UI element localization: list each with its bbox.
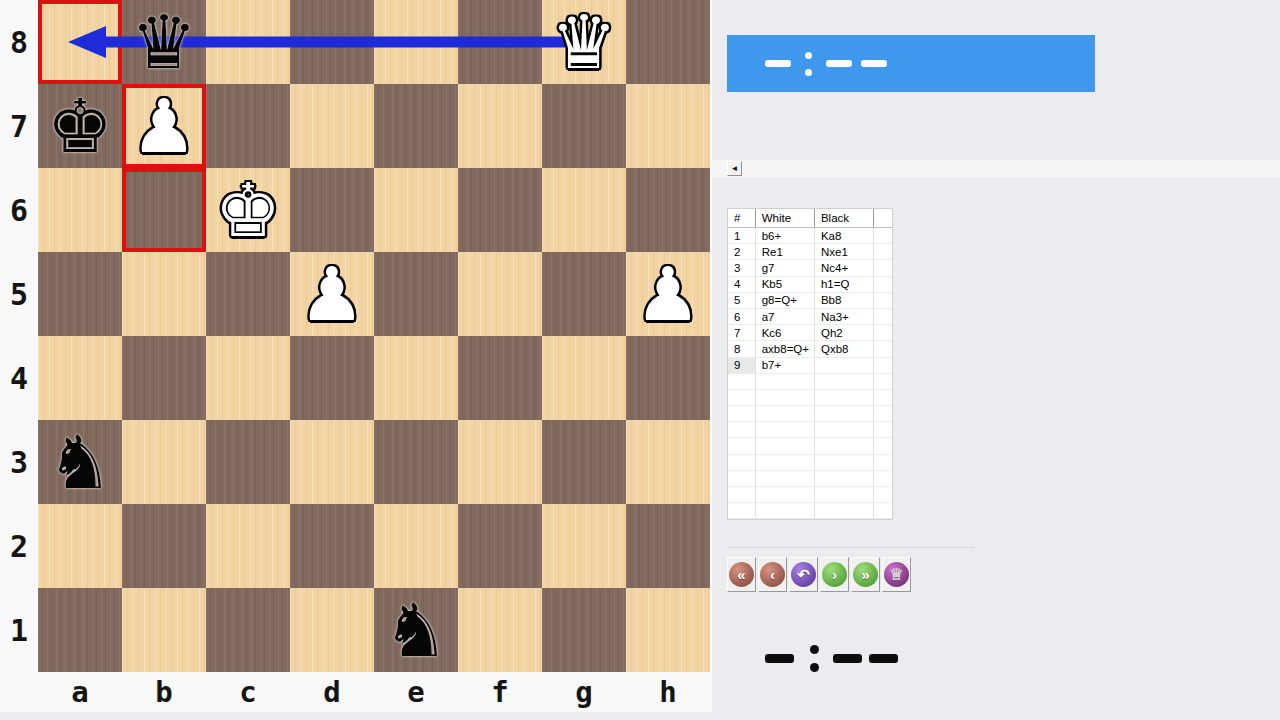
cell-white-empty-4[interactable] — [756, 438, 815, 454]
cell-white-header: White — [756, 209, 815, 227]
square-g2[interactable] — [542, 504, 626, 588]
move-row-header: #WhiteBlack — [728, 209, 892, 228]
cell-num-6[interactable]: 6 — [728, 309, 756, 325]
square-e2[interactable] — [374, 504, 458, 588]
square-e4[interactable] — [374, 336, 458, 420]
move-row-empty-6[interactable] — [728, 471, 892, 487]
square-d2[interactable] — [290, 504, 374, 588]
square-a6[interactable] — [38, 168, 122, 252]
square-b7[interactable]: ♟ — [122, 84, 206, 168]
cell-extra-2[interactable] — [874, 244, 892, 260]
cell-white-empty-7[interactable] — [756, 487, 815, 503]
square-c5[interactable] — [206, 252, 290, 336]
square-e7[interactable] — [374, 84, 458, 168]
square-b6[interactable] — [122, 168, 206, 252]
go-to-start-icon: « — [729, 562, 754, 587]
cell-black-empty-8[interactable] — [815, 503, 874, 519]
cell-black-empty-4[interactable] — [815, 438, 874, 454]
cell-num-4[interactable]: 4 — [728, 277, 756, 293]
square-f5[interactable] — [458, 252, 542, 336]
square-f6[interactable] — [458, 168, 542, 252]
file-label-f: f — [458, 672, 542, 712]
cell-extra-3[interactable] — [874, 260, 892, 276]
square-a1[interactable] — [38, 588, 122, 672]
cell-extra-6[interactable] — [874, 309, 892, 325]
square-g7[interactable] — [542, 84, 626, 168]
move-row-empty-1[interactable] — [728, 390, 892, 406]
square-d5[interactable]: ♟ — [290, 252, 374, 336]
rank-label-1: 1 — [0, 588, 38, 672]
file-label-h: h — [626, 672, 710, 712]
cell-black-empty-6[interactable] — [815, 471, 874, 487]
square-f7[interactable] — [458, 84, 542, 168]
cell-extra-empty-6[interactable] — [874, 471, 892, 487]
black-queen-b8[interactable]: ♛ — [122, 0, 206, 84]
board-area: 87654321 ♛♛♚♟♚♟♟♞♞ abcdefgh — [0, 0, 712, 712]
cell-white-empty-2[interactable] — [756, 406, 815, 422]
black-king-a7[interactable]: ♚ — [38, 84, 122, 168]
square-b8[interactable]: ♛ — [122, 0, 206, 84]
cell-num-empty-7[interactable] — [728, 487, 756, 503]
square-g1[interactable] — [542, 588, 626, 672]
move-row-6[interactable]: 6a7Na3+ — [728, 309, 892, 325]
file-label-d: d — [290, 672, 374, 712]
rank-label-6: 6 — [0, 168, 38, 252]
scroll-left-arrow-icon[interactable]: ◄ — [727, 161, 742, 176]
cell-black-9[interactable] — [815, 358, 874, 374]
square-d3[interactable] — [290, 420, 374, 504]
step-forward-button[interactable]: › — [820, 557, 849, 592]
square-e1[interactable]: ♞ — [374, 588, 458, 672]
go-to-end-icon: » — [853, 562, 878, 587]
cell-black-empty-1[interactable] — [815, 390, 874, 406]
square-c1[interactable] — [206, 588, 290, 672]
square-b2[interactable] — [122, 504, 206, 588]
clock-dash — [765, 654, 794, 663]
takeback-button[interactable]: ↶ — [789, 557, 818, 592]
clock-colon — [810, 645, 819, 672]
cell-white-6[interactable]: a7 — [756, 309, 815, 325]
square-d4[interactable] — [290, 336, 374, 420]
chess-board[interactable]: ♛♛♚♟♚♟♟♞♞ — [38, 0, 710, 672]
square-e8[interactable] — [374, 0, 458, 84]
cell-extra-empty-8[interactable] — [874, 503, 892, 519]
cell-num-header: # — [728, 209, 756, 227]
square-h3[interactable] — [626, 420, 710, 504]
file-label-b: b — [122, 672, 206, 712]
square-c2[interactable] — [206, 504, 290, 588]
square-d8[interactable] — [290, 0, 374, 84]
white-pawn-d5[interactable]: ♟ — [290, 252, 374, 336]
move-row-empty-2[interactable] — [728, 406, 892, 422]
move-row-3[interactable]: 3g7Nc4+ — [728, 260, 892, 276]
cell-extra-empty-4[interactable] — [874, 438, 892, 454]
clock-dash — [833, 654, 862, 663]
cell-num-2[interactable]: 2 — [728, 244, 756, 260]
cell-white-empty-3[interactable] — [756, 422, 815, 438]
takeback-icon: ↶ — [791, 562, 816, 587]
step-forward-icon: › — [822, 562, 847, 587]
cell-extra-empty-0[interactable] — [874, 374, 892, 390]
move-row-empty-8[interactable] — [728, 503, 892, 519]
square-a7[interactable]: ♚ — [38, 84, 122, 168]
cell-white-3[interactable]: g7 — [756, 260, 815, 276]
cell-white-1[interactable]: b6+ — [756, 228, 815, 244]
black-knight-a3[interactable]: ♞ — [38, 420, 122, 504]
cell-black-6[interactable]: Na3+ — [815, 309, 874, 325]
cell-num-9[interactable]: 9 — [728, 358, 756, 374]
cell-num-empty-4[interactable] — [728, 438, 756, 454]
cell-num-5[interactable]: 5 — [728, 293, 756, 309]
square-e5[interactable] — [374, 252, 458, 336]
clock-dash — [826, 60, 852, 67]
move-row-empty-5[interactable] — [728, 455, 892, 471]
square-h4[interactable] — [626, 336, 710, 420]
cell-black-empty-2[interactable] — [815, 406, 874, 422]
file-label-e: e — [374, 672, 458, 712]
square-d7[interactable] — [290, 84, 374, 168]
cell-white-7[interactable]: Kc6 — [756, 325, 815, 341]
cell-black-1[interactable]: Ka8 — [815, 228, 874, 244]
move-row-5[interactable]: 5g8=Q+Bb8 — [728, 293, 892, 309]
cell-num-empty-0[interactable] — [728, 374, 756, 390]
rank-labels: 87654321 — [0, 0, 38, 672]
engine-toggle-button[interactable]: ♕ — [882, 557, 911, 592]
cell-black-8[interactable]: Qxb8 — [815, 341, 874, 357]
square-c3[interactable] — [206, 420, 290, 504]
cell-extra-empty-3[interactable] — [874, 422, 892, 438]
move-row-1[interactable]: 1b6+Ka8 — [728, 228, 892, 244]
square-g4[interactable] — [542, 336, 626, 420]
move-row-empty-7[interactable] — [728, 487, 892, 503]
cell-extra-1[interactable] — [874, 228, 892, 244]
cell-num-empty-1[interactable] — [728, 390, 756, 406]
cell-num-empty-6[interactable] — [728, 471, 756, 487]
file-label-c: c — [206, 672, 290, 712]
cell-extra-5[interactable] — [874, 293, 892, 309]
cell-white-9[interactable]: b7+ — [756, 358, 815, 374]
cell-black-empty-5[interactable] — [815, 455, 874, 471]
cell-white-8[interactable]: axb8=Q+ — [756, 341, 815, 357]
square-b4[interactable] — [122, 336, 206, 420]
square-d1[interactable] — [290, 588, 374, 672]
cell-black-4[interactable]: h1=Q — [815, 277, 874, 293]
cell-white-empty-0[interactable] — [756, 374, 815, 390]
cell-extra-9[interactable] — [874, 358, 892, 374]
cell-extra-7[interactable] — [874, 325, 892, 341]
cell-num-empty-3[interactable] — [728, 422, 756, 438]
rank-label-8: 8 — [0, 0, 38, 84]
move-row-8[interactable]: 8axb8=Q+Qxb8 — [728, 341, 892, 357]
square-a5[interactable] — [38, 252, 122, 336]
square-f1[interactable] — [458, 588, 542, 672]
rank-label-3: 3 — [0, 420, 38, 504]
clock-dash — [869, 654, 898, 663]
square-h6[interactable] — [626, 168, 710, 252]
cell-white-5[interactable]: g8=Q+ — [756, 293, 815, 309]
go-to-end-button[interactable]: » — [851, 557, 880, 592]
square-f3[interactable] — [458, 420, 542, 504]
rank-label-2: 2 — [0, 504, 38, 588]
black-knight-e1[interactable]: ♞ — [374, 588, 458, 672]
file-labels: abcdefgh — [38, 672, 710, 712]
engine-toggle-icon: ♕ — [884, 562, 909, 587]
square-e3[interactable] — [374, 420, 458, 504]
cell-extra-empty-1[interactable] — [874, 390, 892, 406]
cell-num-8[interactable]: 8 — [728, 341, 756, 357]
cell-black-2[interactable]: Nxe1 — [815, 244, 874, 260]
cell-num-empty-2[interactable] — [728, 406, 756, 422]
square-b5[interactable] — [122, 252, 206, 336]
square-h8[interactable] — [626, 0, 710, 84]
square-c4[interactable] — [206, 336, 290, 420]
cell-num-empty-8[interactable] — [728, 503, 756, 519]
square-f2[interactable] — [458, 504, 542, 588]
square-g3[interactable] — [542, 420, 626, 504]
cell-extra-empty-7[interactable] — [874, 487, 892, 503]
player-clock — [765, 640, 898, 676]
rank-label-7: 7 — [0, 84, 38, 168]
file-label-a: a — [38, 672, 122, 712]
square-c8[interactable] — [206, 0, 290, 84]
square-a4[interactable] — [38, 336, 122, 420]
white-pawn-b7[interactable]: ♟ — [122, 84, 206, 168]
square-b3[interactable] — [122, 420, 206, 504]
move-row-7[interactable]: 7Kc6Qh2 — [728, 325, 892, 341]
cell-white-empty-5[interactable] — [756, 455, 815, 471]
file-label-g: g — [542, 672, 626, 712]
nav-separator — [727, 547, 975, 548]
move-row-empty-4[interactable] — [728, 438, 892, 454]
move-row-empty-0[interactable] — [728, 374, 892, 390]
rank-label-4: 4 — [0, 336, 38, 420]
move-row-4[interactable]: 4Kb5h1=Q — [728, 277, 892, 293]
cell-num-3[interactable]: 3 — [728, 260, 756, 276]
white-pawn-h5[interactable]: ♟ — [626, 252, 710, 336]
cell-white-empty-1[interactable] — [756, 390, 815, 406]
square-h5[interactable]: ♟ — [626, 252, 710, 336]
cell-white-empty-6[interactable] — [756, 471, 815, 487]
clock-colon — [805, 52, 812, 76]
cell-num-1[interactable]: 1 — [728, 228, 756, 244]
cell-black-5[interactable]: Bb8 — [815, 293, 874, 309]
square-g5[interactable] — [542, 252, 626, 336]
square-a8[interactable] — [38, 0, 122, 84]
square-a3[interactable]: ♞ — [38, 420, 122, 504]
square-h2[interactable] — [626, 504, 710, 588]
go-to-start-button[interactable]: « — [727, 557, 756, 592]
square-a2[interactable] — [38, 504, 122, 588]
cell-black-empty-7[interactable] — [815, 487, 874, 503]
opponent-clock — [765, 35, 887, 92]
white-queen-g8[interactable]: ♛ — [542, 0, 626, 84]
square-g6[interactable] — [542, 168, 626, 252]
move-list-table[interactable]: #WhiteBlack1b6+Ka82Re1Nxe13g7Nc4+4Kb5h1=… — [727, 208, 893, 520]
square-h1[interactable] — [626, 588, 710, 672]
opponent-clock-bar — [727, 35, 1095, 92]
square-h7[interactable] — [626, 84, 710, 168]
cell-black-3[interactable]: Nc4+ — [815, 260, 874, 276]
square-c7[interactable] — [206, 84, 290, 168]
cell-extra-4[interactable] — [874, 277, 892, 293]
horizontal-scrollbar[interactable]: ◄ — [712, 160, 1280, 178]
cell-extra-header — [874, 209, 892, 227]
rank-label-5: 5 — [0, 252, 38, 336]
cell-num-empty-5[interactable] — [728, 455, 756, 471]
cell-extra-8[interactable] — [874, 341, 892, 357]
white-king-c6[interactable]: ♚ — [206, 168, 290, 252]
clock-dash — [765, 60, 791, 67]
square-c6[interactable]: ♚ — [206, 168, 290, 252]
step-back-button[interactable]: ‹ — [758, 557, 787, 592]
move-row-2[interactable]: 2Re1Nxe1 — [728, 244, 892, 260]
cell-black-header: Black — [815, 209, 874, 227]
square-g8[interactable]: ♛ — [542, 0, 626, 84]
nav-buttons: «‹↶›»♕ — [727, 557, 911, 592]
cell-white-2[interactable]: Re1 — [756, 244, 815, 260]
move-row-empty-3[interactable] — [728, 422, 892, 438]
step-back-icon: ‹ — [760, 562, 785, 587]
cell-white-empty-8[interactable] — [756, 503, 815, 519]
square-e6[interactable] — [374, 168, 458, 252]
cell-black-empty-0[interactable] — [815, 374, 874, 390]
move-row-9[interactable]: 9b7+ — [728, 358, 892, 374]
square-b1[interactable] — [122, 588, 206, 672]
square-d6[interactable] — [290, 168, 374, 252]
square-f4[interactable] — [458, 336, 542, 420]
cell-black-empty-3[interactable] — [815, 422, 874, 438]
cell-extra-empty-5[interactable] — [874, 455, 892, 471]
clock-dash — [861, 60, 887, 67]
cell-extra-empty-2[interactable] — [874, 406, 892, 422]
cell-black-7[interactable]: Qh2 — [815, 325, 874, 341]
cell-white-4[interactable]: Kb5 — [756, 277, 815, 293]
cell-num-7[interactable]: 7 — [728, 325, 756, 341]
square-f8[interactable] — [458, 0, 542, 84]
